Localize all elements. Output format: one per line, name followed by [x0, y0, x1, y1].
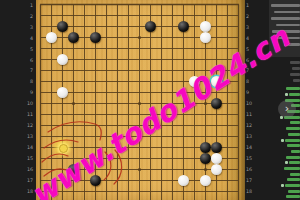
stone-black[interactable] — [90, 32, 101, 43]
row-label-17: 17 — [246, 177, 252, 183]
info-text-line — [274, 11, 300, 14]
panel-faint-rows — [288, 61, 300, 82]
stone-white[interactable] — [57, 54, 68, 65]
panel-text-line — [290, 73, 300, 76]
go-app-screen: 123456789101112131415161718 › 1234567891… — [0, 0, 300, 200]
move-text-fragment — [281, 139, 284, 142]
stone-black[interactable] — [200, 153, 211, 164]
move-text-fragment — [285, 139, 300, 142]
row-label-2: 2 — [7, 12, 33, 18]
move-text-fragment — [286, 195, 300, 198]
row-label-3: 3 — [7, 23, 33, 29]
row-label-5: 5 — [7, 45, 33, 51]
stone-black[interactable] — [200, 142, 211, 153]
move-text-fragment — [288, 190, 300, 193]
row-label-18: 18 — [246, 188, 252, 194]
stone-white[interactable] — [211, 153, 222, 164]
move-text-fragment — [287, 144, 300, 147]
stone-white[interactable] — [57, 87, 68, 98]
row-label-11: 11 — [7, 111, 33, 117]
stone-white[interactable] — [178, 175, 189, 186]
move-text-fragment — [286, 127, 300, 130]
row-label-12: 12 — [246, 122, 252, 128]
move-text-fragment — [286, 156, 300, 159]
panel-text-line — [293, 79, 300, 82]
stone-white[interactable] — [200, 175, 211, 186]
row-label-9: 9 — [246, 89, 252, 95]
stone-white[interactable] — [200, 21, 211, 32]
row-label-16: 16 — [246, 166, 252, 172]
row-label-8: 8 — [7, 78, 33, 84]
move-text-fragment — [290, 173, 300, 176]
row-label-2: 2 — [246, 12, 252, 18]
next-move-button[interactable]: › — [278, 100, 296, 118]
stone-white[interactable] — [211, 164, 222, 175]
stone-black[interactable] — [145, 21, 156, 32]
row-label-4: 4 — [7, 34, 33, 40]
panel-text-line — [290, 61, 300, 64]
row-label-10: 10 — [7, 100, 33, 106]
row-label-13: 13 — [7, 133, 33, 139]
row-label-11: 11 — [246, 111, 252, 117]
panel-text-line — [292, 67, 300, 70]
move-text-fragment — [286, 87, 300, 90]
move-text-fragment — [289, 161, 300, 164]
row-label-13: 13 — [246, 133, 252, 139]
move-text-fragment — [285, 93, 288, 96]
left-row-labels: 123456789101112131415161718 — [0, 0, 33, 200]
row-label-14: 14 — [246, 144, 252, 150]
info-text-line — [271, 4, 300, 7]
row-label-16: 16 — [7, 166, 33, 172]
move-text-fragment — [287, 178, 300, 181]
move-text-fragment — [290, 121, 300, 124]
move-list-row[interactable] — [280, 194, 300, 200]
row-label-3: 3 — [246, 23, 252, 29]
stone-black[interactable] — [211, 142, 222, 153]
highlight-point-marker — [59, 144, 68, 153]
move-text-fragment — [291, 150, 300, 153]
row-label-14: 14 — [7, 144, 33, 150]
move-text-fragment — [289, 93, 300, 96]
row-label-1: 1 — [246, 1, 252, 7]
stone-black[interactable] — [57, 21, 68, 32]
info-text-line — [271, 17, 300, 20]
stone-black[interactable] — [68, 32, 79, 43]
row-label-1: 1 — [7, 1, 33, 7]
row-label-12: 12 — [7, 122, 33, 128]
right-row-labels: 123456789101112131415161718 — [246, 0, 253, 200]
move-text-fragment — [285, 184, 300, 187]
move-text-fragment — [284, 167, 300, 170]
row-label-15: 15 — [7, 155, 33, 161]
row-label-10: 10 — [246, 100, 252, 106]
row-label-6: 6 — [7, 56, 33, 62]
move-text-fragment — [288, 133, 300, 136]
row-label-7: 7 — [7, 67, 33, 73]
stone-white[interactable] — [200, 32, 211, 43]
move-text-fragment — [285, 161, 288, 164]
row-label-9: 9 — [7, 89, 33, 95]
stone-white[interactable] — [46, 32, 57, 43]
stone-black[interactable] — [178, 21, 189, 32]
move-text-fragment — [281, 184, 284, 187]
row-label-15: 15 — [246, 155, 252, 161]
